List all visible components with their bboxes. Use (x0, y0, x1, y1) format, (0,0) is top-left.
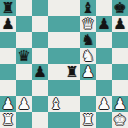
square-a5[interactable] (0, 48, 16, 64)
chess-board: ♜♝♚♟♛♟♟♞♛♞♟♜♟♟♟♝♟♟♜♜♚ (0, 0, 128, 128)
square-d5[interactable] (48, 48, 64, 64)
white-pawn[interactable]: ♟ (1, 96, 14, 112)
square-g2[interactable]: ♟ (96, 96, 112, 112)
square-c4[interactable]: ♟ (32, 64, 48, 80)
square-f2[interactable] (80, 96, 96, 112)
square-d7[interactable] (48, 16, 64, 32)
white-pawn[interactable]: ♟ (81, 64, 94, 80)
square-a6[interactable] (0, 32, 16, 48)
square-c8[interactable] (32, 0, 48, 16)
black-pawn[interactable]: ♟ (97, 16, 110, 32)
square-f4[interactable]: ♟ (80, 64, 96, 80)
square-f7[interactable]: ♛ (80, 16, 96, 32)
square-c2[interactable] (32, 96, 48, 112)
black-pawn[interactable]: ♟ (113, 16, 126, 32)
square-b6[interactable] (16, 32, 32, 48)
square-h6[interactable] (112, 32, 128, 48)
square-c6[interactable] (32, 32, 48, 48)
square-d1[interactable] (48, 112, 64, 128)
square-g6[interactable] (96, 32, 112, 48)
white-knight[interactable]: ♞ (81, 48, 94, 64)
black-bishop[interactable]: ♝ (81, 0, 94, 16)
white-pawn[interactable]: ♟ (113, 96, 126, 112)
square-g3[interactable] (96, 80, 112, 96)
white-pawn[interactable]: ♟ (17, 96, 30, 112)
square-e4[interactable]: ♜ (64, 64, 80, 80)
square-e2[interactable] (64, 96, 80, 112)
square-h3[interactable] (112, 80, 128, 96)
square-a2[interactable]: ♟ (0, 96, 16, 112)
square-e3[interactable] (64, 80, 80, 96)
square-b4[interactable] (16, 64, 32, 80)
square-c1[interactable] (32, 112, 48, 128)
black-knight[interactable]: ♞ (81, 32, 94, 48)
square-h7[interactable]: ♟ (112, 16, 128, 32)
white-bishop[interactable]: ♝ (49, 96, 62, 112)
square-a8[interactable]: ♜ (0, 0, 16, 16)
black-king[interactable]: ♚ (113, 0, 126, 16)
square-f1[interactable]: ♜ (80, 112, 96, 128)
square-f6[interactable]: ♞ (80, 32, 96, 48)
square-b2[interactable]: ♟ (16, 96, 32, 112)
square-b5[interactable]: ♛ (16, 48, 32, 64)
square-d8[interactable] (48, 0, 64, 16)
black-pawn[interactable]: ♟ (1, 16, 14, 32)
square-c3[interactable] (32, 80, 48, 96)
square-d2[interactable]: ♝ (48, 96, 64, 112)
square-a3[interactable] (0, 80, 16, 96)
black-queen[interactable]: ♛ (17, 48, 30, 64)
black-pawn[interactable]: ♟ (33, 64, 46, 80)
white-queen[interactable]: ♛ (81, 16, 94, 32)
square-e6[interactable] (64, 32, 80, 48)
square-e1[interactable] (64, 112, 80, 128)
square-b1[interactable] (16, 112, 32, 128)
square-e5[interactable] (64, 48, 80, 64)
square-d6[interactable] (48, 32, 64, 48)
square-c5[interactable] (32, 48, 48, 64)
square-g7[interactable]: ♟ (96, 16, 112, 32)
square-h5[interactable] (112, 48, 128, 64)
square-h2[interactable]: ♟ (112, 96, 128, 112)
square-e7[interactable] (64, 16, 80, 32)
white-rook[interactable]: ♜ (1, 112, 14, 128)
square-b7[interactable] (16, 16, 32, 32)
square-h8[interactable]: ♚ (112, 0, 128, 16)
square-a1[interactable]: ♜ (0, 112, 16, 128)
white-king[interactable]: ♚ (113, 112, 126, 128)
square-e8[interactable] (64, 0, 80, 16)
square-h1[interactable]: ♚ (112, 112, 128, 128)
square-b3[interactable] (16, 80, 32, 96)
square-d4[interactable] (48, 64, 64, 80)
square-f3[interactable] (80, 80, 96, 96)
square-f8[interactable]: ♝ (80, 0, 96, 16)
square-g4[interactable] (96, 64, 112, 80)
square-f5[interactable]: ♞ (80, 48, 96, 64)
square-b8[interactable] (16, 0, 32, 16)
square-d3[interactable] (48, 80, 64, 96)
square-c7[interactable] (32, 16, 48, 32)
black-rook[interactable]: ♜ (65, 64, 78, 80)
square-h4[interactable] (112, 64, 128, 80)
square-g1[interactable] (96, 112, 112, 128)
square-a4[interactable] (0, 64, 16, 80)
square-a7[interactable]: ♟ (0, 16, 16, 32)
white-rook[interactable]: ♜ (81, 112, 94, 128)
square-g8[interactable] (96, 0, 112, 16)
square-g5[interactable] (96, 48, 112, 64)
black-rook[interactable]: ♜ (1, 0, 14, 16)
white-pawn[interactable]: ♟ (97, 96, 110, 112)
